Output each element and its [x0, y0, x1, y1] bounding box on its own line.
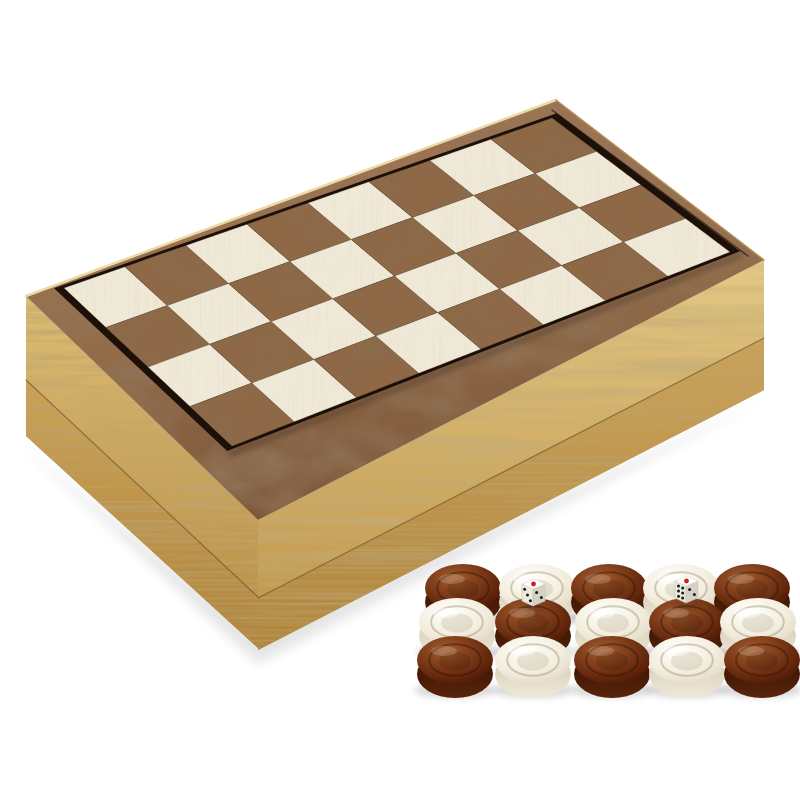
die-pip [677, 590, 680, 593]
die-pip [540, 596, 543, 599]
checker-gloss [585, 574, 611, 584]
checker-white [646, 636, 728, 698]
die-pip [529, 599, 532, 602]
product-photo-backgammon-case [0, 0, 800, 800]
checker-dark [414, 636, 496, 698]
die-pip [684, 579, 689, 584]
checker-gloss [589, 608, 615, 618]
checker-dark [571, 636, 653, 698]
checker-gloss [663, 646, 689, 656]
checker-gloss [738, 646, 764, 656]
die-pip [523, 588, 526, 591]
die-pip [693, 593, 696, 596]
die-pip [681, 597, 684, 600]
die-pip [535, 591, 538, 594]
checker-gloss [509, 646, 535, 656]
checker-gloss [588, 646, 614, 656]
checker-pieces-tray [414, 564, 800, 698]
scene-svg [0, 0, 800, 800]
checker-gloss [439, 574, 465, 584]
die-pip [677, 585, 680, 588]
checker-gloss [431, 646, 457, 656]
checker-gloss [734, 608, 760, 618]
checker-gloss [728, 574, 754, 584]
die-2 [673, 576, 699, 610]
checker-dark [721, 636, 800, 698]
die-pip [681, 586, 684, 589]
checker-gloss [433, 608, 459, 618]
die-pip [531, 582, 536, 587]
die-pip [677, 595, 680, 598]
checker-white [492, 636, 574, 698]
die-pip [681, 592, 684, 595]
die-pip [688, 588, 691, 591]
die-1 [520, 579, 546, 613]
die-pip [526, 594, 529, 597]
